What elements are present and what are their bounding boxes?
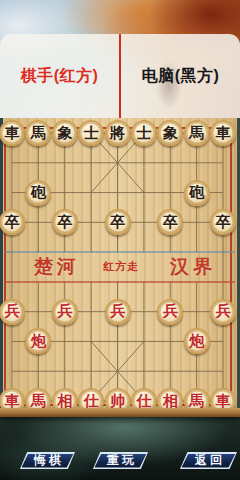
river-label-han-jie: 汉界 [170, 254, 216, 280]
restart-button[interactable]: 重玩 [93, 452, 148, 469]
piece-black-cannon[interactable]: 砲 [184, 180, 210, 206]
piece-red-soldier[interactable]: 兵 [157, 299, 183, 325]
piece-black-elephant[interactable]: 象 [52, 120, 78, 146]
piece-black-chariot[interactable]: 車 [210, 120, 236, 146]
piece-black-general[interactable]: 將 [105, 120, 131, 146]
piece-red-soldier[interactable]: 兵 [52, 299, 78, 325]
piece-black-horse[interactable]: 馬 [184, 120, 210, 146]
piece-red-soldier[interactable]: 兵 [0, 299, 25, 325]
piece-black-cannon[interactable]: 砲 [25, 180, 51, 206]
board-bottom-edge [0, 408, 240, 417]
piece-red-soldier[interactable]: 兵 [210, 299, 236, 325]
player-header-panel: 棋手(红方) 电脑(黑方) [0, 34, 240, 118]
piece-red-soldier[interactable]: 兵 [105, 299, 131, 325]
back-button-label: 返回 [180, 452, 237, 469]
player-red-label: 棋手(红方) [0, 34, 119, 118]
undo-button-label: 悔棋 [20, 452, 75, 469]
piece-black-advisor[interactable]: 士 [131, 120, 157, 146]
xiangqi-app: 棋手(红方) 电脑(黑方) 楚河 汉界 红方走 車馬象士將士象馬車砲砲卒卒卒卒卒… [0, 0, 240, 480]
back-button[interactable]: 返回 [180, 452, 237, 469]
river-label-chu-he: 楚河 [34, 254, 80, 280]
piece-black-chariot[interactable]: 車 [0, 120, 25, 146]
piece-black-advisor[interactable]: 士 [78, 120, 104, 146]
piece-black-soldier[interactable]: 卒 [105, 209, 131, 235]
piece-black-soldier[interactable]: 卒 [52, 209, 78, 235]
player-black-label: 电脑(黑方) [121, 34, 240, 118]
xiangqi-board[interactable]: 楚河 汉界 红方走 車馬象士將士象馬車砲砲卒卒卒卒卒兵兵兵兵兵炮炮車馬相仕帅仕相… [0, 118, 240, 417]
turn-indicator: 红方走 [85, 259, 157, 274]
piece-red-cannon[interactable]: 炮 [184, 328, 210, 354]
undo-button[interactable]: 悔棋 [20, 452, 75, 469]
restart-button-label: 重玩 [93, 452, 148, 469]
